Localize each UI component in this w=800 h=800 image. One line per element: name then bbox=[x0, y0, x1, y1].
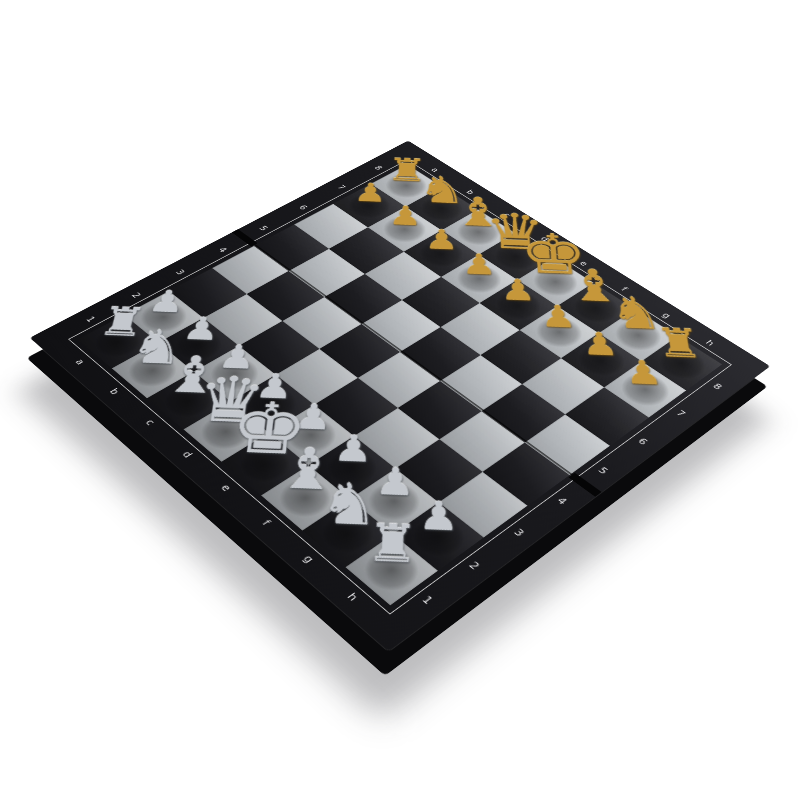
chessboard: aabbccddeeffgghh8877665544332211 ♜♞♝♛♚♝♞… bbox=[30, 141, 771, 652]
square-g5 bbox=[482, 384, 566, 442]
square-g4 bbox=[439, 411, 524, 472]
square-e3 bbox=[314, 378, 398, 436]
square-g3 bbox=[396, 439, 483, 502]
square-g2 bbox=[350, 469, 439, 535]
square-f3 bbox=[354, 408, 439, 469]
square-f2 bbox=[308, 436, 395, 499]
product-photo-stage: aabbccddeeffgghh8877665544332211 ♜♞♝♛♚♝♞… bbox=[0, 0, 800, 800]
chessboard-wrapper: aabbccddeeffgghh8877665544332211 ♜♞♝♛♚♝♞… bbox=[128, 80, 672, 624]
